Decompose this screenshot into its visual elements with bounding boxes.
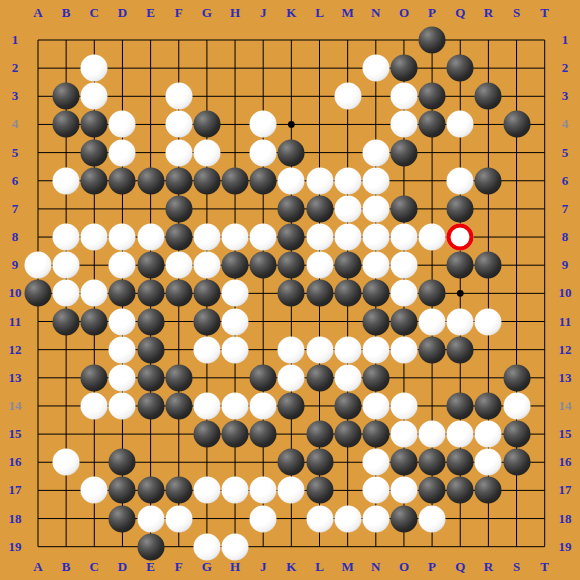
col-label-bottom-O: O [399,559,409,575]
col-label-top-M: M [342,5,354,21]
stone-white-P18[interactable] [419,505,446,532]
stone-white-K6[interactable] [278,167,305,194]
stone-white-J8[interactable] [250,224,277,251]
stone-white-E8[interactable] [137,224,164,251]
stone-black-D17[interactable] [109,477,136,504]
col-label-bottom-E: E [146,559,155,575]
row-label-right-1: 1 [562,32,569,48]
col-label-top-E: E [146,5,155,21]
stone-white-L12[interactable] [306,336,333,363]
stone-white-O17[interactable] [390,477,417,504]
stone-white-F18[interactable] [165,505,192,532]
row-label-right-10: 10 [559,285,572,301]
stone-white-N6[interactable] [362,167,389,194]
stone-white-J17[interactable] [250,477,277,504]
stone-white-D13[interactable] [109,364,136,391]
stone-white-C8[interactable] [81,224,108,251]
stone-white-J5[interactable] [250,139,277,166]
row-label-left-11: 11 [9,314,21,330]
stone-black-F17[interactable] [165,477,192,504]
stone-black-A10[interactable] [25,280,52,307]
stone-black-N10[interactable] [362,280,389,307]
stone-black-D6[interactable] [109,167,136,194]
row-label-right-12: 12 [559,342,572,358]
stone-black-E12[interactable] [137,336,164,363]
stone-white-N17[interactable] [362,477,389,504]
row-label-left-2: 2 [12,60,19,76]
stone-black-E11[interactable] [137,308,164,335]
stone-white-B16[interactable] [53,449,80,476]
row-label-right-11: 11 [559,314,571,330]
stone-black-N13[interactable] [362,364,389,391]
stone-black-F13[interactable] [165,364,192,391]
stone-white-F3[interactable] [165,83,192,110]
stone-black-K14[interactable] [278,392,305,419]
stone-white-H14[interactable] [222,392,249,419]
stone-black-J13[interactable] [250,364,277,391]
row-label-left-1: 1 [12,32,19,48]
stone-black-C4[interactable] [81,111,108,138]
stone-black-O16[interactable] [390,449,417,476]
stone-black-E17[interactable] [137,477,164,504]
col-label-bottom-H: H [230,559,240,575]
row-label-right-6: 6 [562,173,569,189]
stone-black-N15[interactable] [362,421,389,448]
stone-white-H11[interactable] [222,308,249,335]
stone-white-O4[interactable] [390,111,417,138]
stone-white-J14[interactable] [250,392,277,419]
stone-white-G14[interactable] [193,392,220,419]
stone-white-K17[interactable] [278,477,305,504]
row-label-left-13: 13 [9,370,22,386]
stone-white-Q4[interactable] [447,111,474,138]
stone-black-E14[interactable] [137,392,164,419]
row-label-left-7: 7 [12,201,19,217]
stone-white-J4[interactable] [250,111,277,138]
stone-white-Q15[interactable] [447,421,474,448]
col-label-bottom-J: J [260,559,267,575]
row-label-left-4: 4 [12,116,19,132]
stone-white-N2[interactable] [362,55,389,82]
stone-black-Q7[interactable] [447,195,474,222]
col-label-bottom-B: B [62,559,71,575]
row-label-left-18: 18 [9,511,22,527]
col-label-bottom-G: G [202,559,212,575]
stone-black-M14[interactable] [334,392,361,419]
stone-black-D16[interactable] [109,449,136,476]
stone-black-G10[interactable] [193,280,220,307]
stone-black-P12[interactable] [419,336,446,363]
stone-black-H9[interactable] [222,252,249,279]
stone-white-A9[interactable] [25,252,52,279]
col-label-top-H: H [230,5,240,21]
stone-black-G6[interactable] [193,167,220,194]
stone-white-O12[interactable] [390,336,417,363]
stone-black-E13[interactable] [137,364,164,391]
stone-white-H12[interactable] [222,336,249,363]
stone-white-N7[interactable] [362,195,389,222]
stone-white-D8[interactable] [109,224,136,251]
stone-white-J18[interactable] [250,505,277,532]
col-label-bottom-L: L [315,559,324,575]
stone-black-S16[interactable] [503,449,530,476]
col-label-top-A: A [33,5,42,21]
stone-black-S4[interactable] [503,111,530,138]
col-label-top-B: B [62,5,71,21]
row-label-left-15: 15 [9,426,22,442]
stone-white-N9[interactable] [362,252,389,279]
stone-white-C2[interactable] [81,55,108,82]
stone-black-C5[interactable] [81,139,108,166]
stone-black-Q17[interactable] [447,477,474,504]
stone-black-J6[interactable] [250,167,277,194]
row-label-left-12: 12 [9,342,22,358]
stone-white-G9[interactable] [193,252,220,279]
row-label-right-13: 13 [559,370,572,386]
stone-white-M12[interactable] [334,336,361,363]
stone-white-B6[interactable] [53,167,80,194]
row-label-left-5: 5 [12,145,19,161]
stone-black-O11[interactable] [390,308,417,335]
col-label-bottom-S: S [513,559,520,575]
stone-black-G4[interactable] [193,111,220,138]
stone-black-F7[interactable] [165,195,192,222]
row-label-right-3: 3 [562,88,569,104]
stone-white-L6[interactable] [306,167,333,194]
stone-white-N12[interactable] [362,336,389,363]
col-label-bottom-D: D [118,559,127,575]
stone-black-P10[interactable] [419,280,446,307]
row-label-right-4: 4 [562,116,569,132]
col-label-bottom-A: A [33,559,42,575]
col-label-bottom-N: N [371,559,380,575]
last-move-marker [447,224,474,251]
stone-black-E9[interactable] [137,252,164,279]
col-label-bottom-Q: Q [455,559,465,575]
col-label-top-R: R [484,5,493,21]
row-label-right-14: 14 [559,398,572,414]
stone-white-D9[interactable] [109,252,136,279]
stone-black-O18[interactable] [390,505,417,532]
col-label-top-J: J [260,5,267,21]
stone-white-N5[interactable] [362,139,389,166]
stone-white-M13[interactable] [334,364,361,391]
stone-white-M18[interactable] [334,505,361,532]
stone-black-E6[interactable] [137,167,164,194]
stone-black-Q2[interactable] [447,55,474,82]
stone-white-C3[interactable] [81,83,108,110]
stone-white-D12[interactable] [109,336,136,363]
col-label-top-O: O [399,5,409,21]
stone-black-R3[interactable] [475,83,502,110]
stone-white-G8[interactable] [193,224,220,251]
stone-white-M8[interactable] [334,224,361,251]
stone-white-O8[interactable] [390,224,417,251]
stone-black-B4[interactable] [53,111,80,138]
stone-black-C6[interactable] [81,167,108,194]
stone-white-F5[interactable] [165,139,192,166]
stone-black-M10[interactable] [334,280,361,307]
row-label-left-8: 8 [12,229,19,245]
stone-white-H19[interactable] [222,533,249,560]
row-label-left-16: 16 [9,454,22,470]
stone-black-P1[interactable] [419,27,446,54]
stone-black-M15[interactable] [334,421,361,448]
stone-white-Q11[interactable] [447,308,474,335]
stone-black-D18[interactable] [109,505,136,532]
stone-black-R17[interactable] [475,477,502,504]
stone-black-O2[interactable] [390,55,417,82]
stone-black-Q9[interactable] [447,252,474,279]
stone-white-M3[interactable] [334,83,361,110]
row-label-left-10: 10 [9,285,22,301]
stone-white-C10[interactable] [81,280,108,307]
stone-white-L18[interactable] [306,505,333,532]
stone-white-M7[interactable] [334,195,361,222]
stone-white-N16[interactable] [362,449,389,476]
stone-white-K12[interactable] [278,336,305,363]
stone-white-B10[interactable] [53,280,80,307]
col-label-top-S: S [513,5,520,21]
row-label-left-9: 9 [12,257,19,273]
col-label-top-T: T [540,5,549,21]
col-label-top-C: C [90,5,99,21]
row-label-right-15: 15 [559,426,572,442]
stone-white-F9[interactable] [165,252,192,279]
row-label-left-19: 19 [9,539,22,555]
row-label-right-18: 18 [559,511,572,527]
col-label-bottom-K: K [286,559,296,575]
stone-black-R9[interactable] [475,252,502,279]
stone-black-L17[interactable] [306,477,333,504]
col-label-bottom-P: P [428,559,436,575]
stone-black-K9[interactable] [278,252,305,279]
stone-black-P16[interactable] [419,449,446,476]
stone-black-K8[interactable] [278,224,305,251]
stone-white-S14[interactable] [503,392,530,419]
stone-black-B3[interactable] [53,83,80,110]
stone-black-O7[interactable] [390,195,417,222]
stone-white-R16[interactable] [475,449,502,476]
stone-white-K13[interactable] [278,364,305,391]
stone-black-Q12[interactable] [447,336,474,363]
stone-black-H15[interactable] [222,421,249,448]
row-label-right-19: 19 [559,539,572,555]
stone-white-G12[interactable] [193,336,220,363]
stone-white-D4[interactable] [109,111,136,138]
stone-black-J15[interactable] [250,421,277,448]
col-label-top-L: L [315,5,324,21]
stone-white-C14[interactable] [81,392,108,419]
stone-white-E18[interactable] [137,505,164,532]
row-label-right-8: 8 [562,229,569,245]
row-label-right-5: 5 [562,145,569,161]
stone-black-N11[interactable] [362,308,389,335]
stone-black-F14[interactable] [165,392,192,419]
col-label-top-Q: Q [455,5,465,21]
stone-black-S13[interactable] [503,364,530,391]
stone-white-G19[interactable] [193,533,220,560]
stone-white-D11[interactable] [109,308,136,335]
row-label-left-17: 17 [9,482,22,498]
stone-white-H17[interactable] [222,477,249,504]
stone-white-L8[interactable] [306,224,333,251]
stone-white-H8[interactable] [222,224,249,251]
stone-white-N18[interactable] [362,505,389,532]
row-label-left-3: 3 [12,88,19,104]
stone-black-M9[interactable] [334,252,361,279]
col-label-top-F: F [175,5,183,21]
stone-white-P8[interactable] [419,224,446,251]
stone-black-H6[interactable] [222,167,249,194]
stone-white-G17[interactable] [193,477,220,504]
stone-black-R14[interactable] [475,392,502,419]
stone-white-D14[interactable] [109,392,136,419]
row-label-right-16: 16 [559,454,572,470]
stone-white-O10[interactable] [390,280,417,307]
stone-black-K10[interactable] [278,280,305,307]
star-point-Q10 [457,290,464,297]
stone-white-G5[interactable] [193,139,220,166]
col-label-top-D: D [118,5,127,21]
stone-black-D10[interactable] [109,280,136,307]
stone-black-L10[interactable] [306,280,333,307]
stone-black-Q14[interactable] [447,392,474,419]
col-label-bottom-M: M [342,559,354,575]
star-point-K4 [288,121,295,128]
stone-black-L13[interactable] [306,364,333,391]
stone-white-P15[interactable] [419,421,446,448]
go-board[interactable]: AA11BB22CC33DD44EE55FF66GG77HH88JJ99KK10… [0,0,580,580]
stone-white-R11[interactable] [475,308,502,335]
stone-white-O3[interactable] [390,83,417,110]
stone-white-N14[interactable] [362,392,389,419]
stone-white-L9[interactable] [306,252,333,279]
col-label-top-N: N [371,5,380,21]
stone-black-K5[interactable] [278,139,305,166]
col-label-top-K: K [286,5,296,21]
stone-black-K7[interactable] [278,195,305,222]
stone-black-C13[interactable] [81,364,108,391]
stone-white-D5[interactable] [109,139,136,166]
stone-white-B8[interactable] [53,224,80,251]
stone-white-O9[interactable] [390,252,417,279]
stone-white-M6[interactable] [334,167,361,194]
stone-black-J9[interactable] [250,252,277,279]
stone-black-K16[interactable] [278,449,305,476]
stone-black-F6[interactable] [165,167,192,194]
col-label-top-P: P [428,5,436,21]
stone-black-Q16[interactable] [447,449,474,476]
stone-black-O5[interactable] [390,139,417,166]
row-label-left-6: 6 [12,173,19,189]
stone-black-E19[interactable] [137,533,164,560]
stone-white-R15[interactable] [475,421,502,448]
row-label-left-14: 14 [9,398,22,414]
stone-white-F4[interactable] [165,111,192,138]
stone-white-O14[interactable] [390,392,417,419]
col-label-bottom-C: C [90,559,99,575]
stone-black-E10[interactable] [137,280,164,307]
stone-black-P4[interactable] [419,111,446,138]
row-label-right-9: 9 [562,257,569,273]
stone-black-L7[interactable] [306,195,333,222]
stone-black-B11[interactable] [53,308,80,335]
stone-white-Q6[interactable] [447,167,474,194]
stone-white-H10[interactable] [222,280,249,307]
stone-black-S15[interactable] [503,421,530,448]
stone-white-O15[interactable] [390,421,417,448]
stone-black-F8[interactable] [165,224,192,251]
row-label-right-17: 17 [559,482,572,498]
stone-black-C11[interactable] [81,308,108,335]
col-label-bottom-F: F [175,559,183,575]
col-label-bottom-R: R [484,559,493,575]
stone-black-G15[interactable] [193,421,220,448]
stone-black-L16[interactable] [306,449,333,476]
col-label-bottom-T: T [540,559,549,575]
stone-black-P3[interactable] [419,83,446,110]
stone-white-N8[interactable] [362,224,389,251]
stone-black-R6[interactable] [475,167,502,194]
col-label-top-G: G [202,5,212,21]
stone-white-C17[interactable] [81,477,108,504]
stone-white-B9[interactable] [53,252,80,279]
row-label-right-2: 2 [562,60,569,76]
stone-black-P17[interactable] [419,477,446,504]
stone-black-F10[interactable] [165,280,192,307]
stone-black-L15[interactable] [306,421,333,448]
row-label-right-7: 7 [562,201,569,217]
stone-black-G11[interactable] [193,308,220,335]
stone-white-P11[interactable] [419,308,446,335]
